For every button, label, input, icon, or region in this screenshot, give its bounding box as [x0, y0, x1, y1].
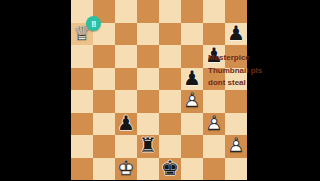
square-f4[interactable]: ♟♙ — [181, 90, 203, 113]
square-f5[interactable]: ♟ — [181, 68, 203, 91]
brilliant-move-label: !! — [91, 19, 96, 29]
square-f8[interactable] — [181, 0, 203, 23]
square-g3[interactable]: ♟♙ — [203, 113, 225, 136]
square-c3[interactable]: ♟ — [115, 113, 137, 136]
square-e3[interactable] — [159, 113, 181, 136]
square-c7[interactable] — [115, 23, 137, 46]
square-f1[interactable] — [181, 158, 203, 181]
square-d8[interactable] — [137, 0, 159, 23]
black-pawn-piece[interactable]: ♟ — [181, 68, 203, 91]
square-c1[interactable]: ♚♔ — [115, 158, 137, 181]
square-a3[interactable] — [71, 113, 93, 136]
square-a2[interactable] — [71, 135, 93, 158]
square-a4[interactable] — [71, 90, 93, 113]
square-a1[interactable] — [71, 158, 93, 181]
square-c6[interactable] — [115, 45, 137, 68]
square-b6[interactable] — [93, 45, 115, 68]
square-d4[interactable] — [137, 90, 159, 113]
white-king-piece[interactable]: ♚♔ — [115, 158, 137, 181]
black-pawn-piece[interactable]: ♟ — [225, 23, 247, 46]
square-h1[interactable] — [225, 158, 247, 181]
black-king-piece[interactable]: ♚ — [159, 158, 181, 181]
watermark-line: Masterpice — [208, 52, 262, 65]
watermark-line: Thumbnail pls — [208, 65, 262, 78]
square-h2[interactable]: ♟♙ — [225, 135, 247, 158]
square-f2[interactable] — [181, 135, 203, 158]
watermark: Masterpice Thumbnail pls dont steal — [208, 52, 262, 90]
square-a5[interactable] — [71, 68, 93, 91]
square-b1[interactable] — [93, 158, 115, 181]
square-c8[interactable] — [115, 0, 137, 23]
square-d7[interactable] — [137, 23, 159, 46]
square-c5[interactable] — [115, 68, 137, 91]
square-h3[interactable] — [225, 113, 247, 136]
brilliant-move-badge: !! — [86, 16, 101, 31]
square-d2[interactable]: ♜ — [137, 135, 159, 158]
chess-board: ♛♕♟♟♟♟♙♟♟♙♜♟♙♚♔♚ !! Masterpice Thumbnail… — [71, 0, 247, 180]
square-d5[interactable] — [137, 68, 159, 91]
square-f6[interactable] — [181, 45, 203, 68]
square-e8[interactable] — [159, 0, 181, 23]
square-a6[interactable] — [71, 45, 93, 68]
square-e5[interactable] — [159, 68, 181, 91]
square-f7[interactable] — [181, 23, 203, 46]
black-pawn-piece[interactable]: ♟ — [115, 113, 137, 136]
square-h7[interactable]: ♟ — [225, 23, 247, 46]
square-e7[interactable] — [159, 23, 181, 46]
square-d1[interactable] — [137, 158, 159, 181]
white-pawn-piece[interactable]: ♟♙ — [203, 113, 225, 136]
white-pawn-piece[interactable]: ♟♙ — [181, 90, 203, 113]
square-g1[interactable] — [203, 158, 225, 181]
square-b4[interactable] — [93, 90, 115, 113]
square-d6[interactable] — [137, 45, 159, 68]
square-h4[interactable] — [225, 90, 247, 113]
square-d3[interactable] — [137, 113, 159, 136]
white-pawn-piece[interactable]: ♟♙ — [225, 135, 247, 158]
watermark-line: dont steal — [208, 77, 262, 90]
square-e1[interactable]: ♚ — [159, 158, 181, 181]
square-c2[interactable] — [115, 135, 137, 158]
square-b2[interactable] — [93, 135, 115, 158]
square-e6[interactable] — [159, 45, 181, 68]
square-g2[interactable] — [203, 135, 225, 158]
square-b3[interactable] — [93, 113, 115, 136]
square-g7[interactable] — [203, 23, 225, 46]
square-h8[interactable] — [225, 0, 247, 23]
square-b5[interactable] — [93, 68, 115, 91]
black-rook-piece[interactable]: ♜ — [137, 135, 159, 158]
square-g4[interactable] — [203, 90, 225, 113]
square-c4[interactable] — [115, 90, 137, 113]
stage: ♛♕♟♟♟♟♙♟♟♙♜♟♙♚♔♚ !! Masterpice Thumbnail… — [0, 0, 320, 180]
square-e2[interactable] — [159, 135, 181, 158]
square-g8[interactable] — [203, 0, 225, 23]
square-f3[interactable] — [181, 113, 203, 136]
square-e4[interactable] — [159, 90, 181, 113]
